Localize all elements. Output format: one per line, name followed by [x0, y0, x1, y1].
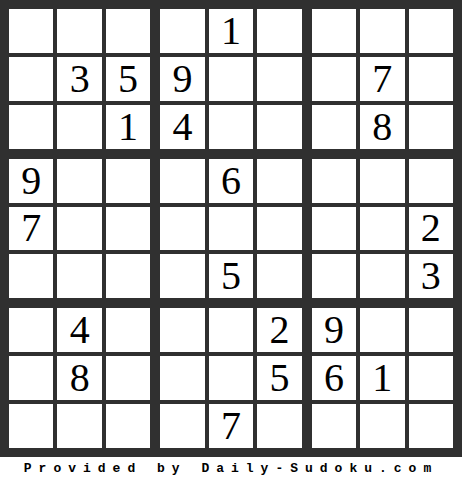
cell-r5c5[interactable] [209, 207, 253, 251]
box-3: 78 [312, 9, 453, 149]
cell-r8c9[interactable] [409, 356, 453, 400]
cell-r4c5: 6 [209, 159, 253, 203]
cell-r8c4[interactable] [160, 356, 204, 400]
cell-r4c9[interactable] [409, 159, 453, 203]
cell-r8c5[interactable] [209, 356, 253, 400]
cell-r9c3[interactable] [106, 404, 150, 448]
given-digit: 5 [221, 256, 241, 296]
given-digit: 9 [324, 310, 344, 350]
cell-r7c8[interactable] [360, 308, 404, 352]
box-7: 48 [9, 308, 150, 448]
cell-r3c9[interactable] [409, 105, 453, 149]
sudoku-board: 3511947897652348257961 [0, 0, 462, 457]
cell-r4c8[interactable] [360, 159, 404, 203]
cell-r7c7: 9 [312, 308, 356, 352]
cell-r4c7[interactable] [312, 159, 356, 203]
cell-r7c4[interactable] [160, 308, 204, 352]
footer-credit: Provided by Daily-Sudoku.com [0, 457, 462, 478]
cell-r3c6[interactable] [257, 105, 301, 149]
box-9: 961 [312, 308, 453, 448]
given-digit: 1 [221, 11, 241, 51]
given-digit: 6 [221, 161, 241, 201]
cell-r9c4[interactable] [160, 404, 204, 448]
cell-r8c6: 5 [257, 356, 301, 400]
box-1: 351 [9, 9, 150, 149]
cell-r8c8: 1 [360, 356, 404, 400]
cell-r2c7[interactable] [312, 57, 356, 101]
cell-r6c1[interactable] [9, 254, 53, 298]
given-digit: 6 [324, 358, 344, 398]
cell-r4c4[interactable] [160, 159, 204, 203]
cell-r8c3[interactable] [106, 356, 150, 400]
cell-r5c3[interactable] [106, 207, 150, 251]
cell-r6c4[interactable] [160, 254, 204, 298]
cell-r7c1[interactable] [9, 308, 53, 352]
given-digit: 1 [372, 358, 392, 398]
cell-r1c1[interactable] [9, 9, 53, 53]
given-digit: 1 [118, 107, 138, 147]
cell-r3c8: 8 [360, 105, 404, 149]
given-digit: 2 [421, 208, 441, 248]
cell-r3c3: 1 [106, 105, 150, 149]
cell-r9c8[interactable] [360, 404, 404, 448]
cell-r1c6[interactable] [257, 9, 301, 53]
given-digit: 3 [421, 256, 441, 296]
cell-r2c1[interactable] [9, 57, 53, 101]
cell-r2c5[interactable] [209, 57, 253, 101]
cell-r1c3[interactable] [106, 9, 150, 53]
given-digit: 9 [21, 161, 41, 201]
cell-r1c2[interactable] [57, 9, 101, 53]
cell-r6c9: 3 [409, 254, 453, 298]
cell-r9c6[interactable] [257, 404, 301, 448]
cell-r9c7[interactable] [312, 404, 356, 448]
given-digit: 4 [70, 310, 90, 350]
cell-r7c3[interactable] [106, 308, 150, 352]
given-digit: 9 [173, 59, 193, 99]
cell-r6c5: 5 [209, 254, 253, 298]
cell-r5c7[interactable] [312, 207, 356, 251]
cell-r2c8: 7 [360, 57, 404, 101]
cell-r6c8[interactable] [360, 254, 404, 298]
cell-r1c7[interactable] [312, 9, 356, 53]
cell-r9c5: 7 [209, 404, 253, 448]
cell-r9c2[interactable] [57, 404, 101, 448]
box-2: 194 [160, 9, 301, 149]
cell-r8c2: 8 [57, 356, 101, 400]
cell-r2c3: 5 [106, 57, 150, 101]
cell-r6c3[interactable] [106, 254, 150, 298]
given-digit: 8 [70, 358, 90, 398]
given-digit: 2 [269, 310, 289, 350]
cell-r5c2[interactable] [57, 207, 101, 251]
cell-r5c1: 7 [9, 207, 53, 251]
given-digit: 8 [372, 107, 392, 147]
cell-r1c9[interactable] [409, 9, 453, 53]
cell-r7c6: 2 [257, 308, 301, 352]
cell-r7c2: 4 [57, 308, 101, 352]
cell-r7c9[interactable] [409, 308, 453, 352]
cell-r3c7[interactable] [312, 105, 356, 149]
given-digit: 7 [21, 208, 41, 248]
cell-r3c2[interactable] [57, 105, 101, 149]
given-digit: 7 [221, 406, 241, 446]
cell-r8c7: 6 [312, 356, 356, 400]
box-5: 65 [160, 159, 301, 299]
box-6: 23 [312, 159, 453, 299]
cell-r1c5: 1 [209, 9, 253, 53]
box-4: 97 [9, 159, 150, 299]
cell-r3c1[interactable] [9, 105, 53, 149]
cell-r9c1[interactable] [9, 404, 53, 448]
cell-r5c6[interactable] [257, 207, 301, 251]
cell-r5c4[interactable] [160, 207, 204, 251]
cell-r6c2[interactable] [57, 254, 101, 298]
cell-r6c6[interactable] [257, 254, 301, 298]
given-digit: 7 [372, 59, 392, 99]
cell-r2c4: 9 [160, 57, 204, 101]
cell-r2c2: 3 [57, 57, 101, 101]
cell-r2c9[interactable] [409, 57, 453, 101]
given-digit: 3 [70, 59, 90, 99]
cell-r2c6[interactable] [257, 57, 301, 101]
cell-r7c5[interactable] [209, 308, 253, 352]
cell-r3c4: 4 [160, 105, 204, 149]
box-8: 257 [160, 308, 301, 448]
cell-r4c1: 9 [9, 159, 53, 203]
cell-r5c8[interactable] [360, 207, 404, 251]
cell-r4c6[interactable] [257, 159, 301, 203]
cell-r1c8[interactable] [360, 9, 404, 53]
given-digit: 5 [118, 59, 138, 99]
cell-r4c3[interactable] [106, 159, 150, 203]
cell-r8c1[interactable] [9, 356, 53, 400]
cell-r1c4[interactable] [160, 9, 204, 53]
given-digit: 4 [173, 107, 193, 147]
cell-r6c7[interactable] [312, 254, 356, 298]
cell-r4c2[interactable] [57, 159, 101, 203]
given-digit: 5 [269, 358, 289, 398]
cell-r9c9[interactable] [409, 404, 453, 448]
sudoku-page: 3511947897652348257961 Provided by Daily… [0, 0, 462, 478]
cell-r3c5[interactable] [209, 105, 253, 149]
cell-r5c9: 2 [409, 207, 453, 251]
